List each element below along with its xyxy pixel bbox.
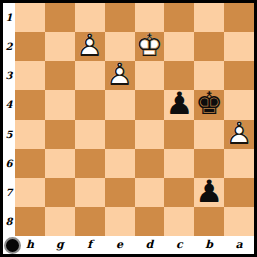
square-e7[interactable]	[105, 178, 135, 207]
file-labels: hgfedcba	[15, 236, 254, 254]
square-h1[interactable]	[15, 3, 45, 32]
square-f6[interactable]	[75, 149, 105, 178]
square-a8[interactable]	[224, 207, 254, 236]
white-pawn-outline: ♙	[105, 61, 135, 90]
square-b1[interactable]	[194, 3, 224, 32]
square-b8[interactable]	[194, 207, 224, 236]
square-d2[interactable]: ♚♔	[135, 32, 165, 61]
square-c7[interactable]	[164, 178, 194, 207]
black-king[interactable]: ♚	[194, 90, 224, 119]
square-e3[interactable]: ♟♙	[105, 61, 135, 90]
black-pawn[interactable]: ♟	[164, 90, 194, 119]
rank-label-2: 2	[3, 32, 15, 61]
rank-label-6: 6	[3, 149, 15, 178]
black-pawn-glyph: ♟	[164, 90, 194, 119]
rank-label-3: 3	[3, 61, 15, 90]
square-a1[interactable]	[224, 3, 254, 32]
square-a2[interactable]	[224, 32, 254, 61]
square-f2[interactable]: ♟♙	[75, 32, 105, 61]
square-d5[interactable]	[135, 120, 165, 149]
square-g4[interactable]	[45, 90, 75, 119]
square-d8[interactable]	[135, 207, 165, 236]
rank-label-1: 1	[3, 3, 15, 32]
square-g2[interactable]	[45, 32, 75, 61]
white-pawn[interactable]: ♟♙	[105, 61, 135, 90]
square-f5[interactable]	[75, 120, 105, 149]
square-h6[interactable]	[15, 149, 45, 178]
square-e8[interactable]	[105, 207, 135, 236]
square-e4[interactable]	[105, 90, 135, 119]
square-d4[interactable]	[135, 90, 165, 119]
black-king-glyph: ♚	[194, 90, 224, 119]
square-g6[interactable]	[45, 149, 75, 178]
square-f4[interactable]	[75, 90, 105, 119]
file-label-g: g	[45, 236, 75, 254]
file-label-b: b	[194, 236, 224, 254]
square-b7[interactable]: ♟	[194, 178, 224, 207]
diagram-inner: 12345678 ♟♙♚♔♟♙♟♚♟♙♟ hgfedcba	[3, 3, 254, 254]
square-g1[interactable]	[45, 3, 75, 32]
square-d3[interactable]	[135, 61, 165, 90]
square-f3[interactable]	[75, 61, 105, 90]
square-d7[interactable]	[135, 178, 165, 207]
square-h8[interactable]	[15, 207, 45, 236]
square-c5[interactable]	[164, 120, 194, 149]
rank-labels: 12345678	[3, 3, 15, 236]
file-label-c: c	[164, 236, 194, 254]
square-f7[interactable]	[75, 178, 105, 207]
square-a6[interactable]	[224, 149, 254, 178]
square-f8[interactable]	[75, 207, 105, 236]
chess-board[interactable]: ♟♙♚♔♟♙♟♚♟♙♟	[15, 3, 254, 236]
square-c4[interactable]: ♟	[164, 90, 194, 119]
square-e1[interactable]	[105, 3, 135, 32]
square-g5[interactable]	[45, 120, 75, 149]
white-king-outline: ♔	[135, 32, 165, 61]
square-h4[interactable]	[15, 90, 45, 119]
black-pawn-glyph: ♟	[194, 178, 224, 207]
square-b2[interactable]	[194, 32, 224, 61]
square-e6[interactable]	[105, 149, 135, 178]
file-label-d: d	[135, 236, 165, 254]
white-king[interactable]: ♚♔	[135, 32, 165, 61]
square-g8[interactable]	[45, 207, 75, 236]
square-g7[interactable]	[45, 178, 75, 207]
square-b5[interactable]	[194, 120, 224, 149]
square-h3[interactable]	[15, 61, 45, 90]
rank-label-5: 5	[3, 120, 15, 149]
white-pawn-outline: ♙	[75, 32, 105, 61]
white-pawn[interactable]: ♟♙	[75, 32, 105, 61]
white-pawn-outline: ♙	[224, 120, 254, 149]
square-a5[interactable]: ♟♙	[224, 120, 254, 149]
square-g3[interactable]	[45, 61, 75, 90]
square-c6[interactable]	[164, 149, 194, 178]
square-e5[interactable]	[105, 120, 135, 149]
rank-label-7: 7	[3, 178, 15, 207]
black-pawn[interactable]: ♟	[194, 178, 224, 207]
chess-diagram: 12345678 ♟♙♚♔♟♙♟♚♟♙♟ hgfedcba	[0, 0, 257, 257]
square-c2[interactable]	[164, 32, 194, 61]
white-pawn[interactable]: ♟♙	[224, 120, 254, 149]
rank-label-8: 8	[3, 207, 15, 236]
square-b4[interactable]: ♚	[194, 90, 224, 119]
black-to-move-indicator	[4, 237, 21, 254]
square-a7[interactable]	[224, 178, 254, 207]
rank-label-4: 4	[3, 90, 15, 119]
square-h2[interactable]	[15, 32, 45, 61]
square-a3[interactable]	[224, 61, 254, 90]
square-h7[interactable]	[15, 178, 45, 207]
file-label-a: a	[224, 236, 254, 254]
file-label-e: e	[105, 236, 135, 254]
square-d6[interactable]	[135, 149, 165, 178]
square-c1[interactable]	[164, 3, 194, 32]
square-c8[interactable]	[164, 207, 194, 236]
file-label-f: f	[75, 236, 105, 254]
square-h5[interactable]	[15, 120, 45, 149]
